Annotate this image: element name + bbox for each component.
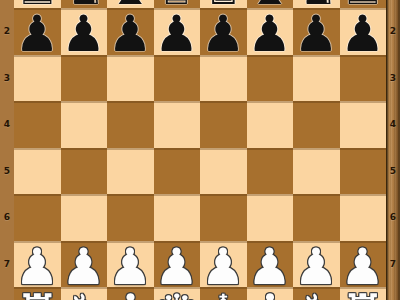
white-bishop[interactable]: ♝ — [247, 290, 292, 300]
square-f2[interactable]: ♟ — [247, 8, 294, 55]
square-b8[interactable]: ♞ — [61, 287, 108, 300]
white-rook[interactable]: ♜ — [15, 290, 60, 300]
square-f4[interactable] — [247, 101, 294, 148]
square-b5[interactable] — [61, 148, 108, 195]
white-rook[interactable]: ♜ — [340, 290, 385, 300]
square-d6[interactable] — [154, 194, 201, 241]
square-d8[interactable]: ♛ — [154, 287, 201, 300]
square-d5[interactable] — [154, 148, 201, 195]
square-a6[interactable] — [14, 194, 61, 241]
rank-label-right-5: 5 — [386, 166, 400, 175]
square-g5[interactable] — [293, 148, 340, 195]
square-f7[interactable]: ♟ — [247, 241, 294, 288]
square-c6[interactable] — [107, 194, 154, 241]
board-right-rail: 234567 — [386, 0, 400, 300]
square-c8[interactable]: ♝ — [107, 287, 154, 300]
black-pawn[interactable]: ♟ — [201, 11, 246, 58]
square-g2[interactable]: ♟ — [293, 8, 340, 55]
square-b6[interactable] — [61, 194, 108, 241]
white-knight[interactable]: ♞ — [61, 290, 106, 300]
square-a2[interactable]: ♟ — [14, 8, 61, 55]
square-f6[interactable] — [247, 194, 294, 241]
square-f8[interactable]: ♝ — [247, 287, 294, 300]
square-c7[interactable]: ♟ — [107, 241, 154, 288]
rank-label-left-5: 5 — [0, 166, 14, 175]
rank-label-right-7: 7 — [386, 259, 400, 268]
square-b2[interactable]: ♟ — [61, 8, 108, 55]
square-h7[interactable]: ♟ — [340, 241, 387, 288]
black-pawn[interactable]: ♟ — [108, 11, 153, 58]
black-pawn[interactable]: ♟ — [247, 11, 292, 58]
square-h8[interactable]: ♜ — [340, 287, 387, 300]
square-e8[interactable]: ♚ — [200, 287, 247, 300]
square-b4[interactable] — [61, 101, 108, 148]
chess-board: ♜♞♝♛♚♝♞♜♟♟♟♟♟♟♟♟♟♟♟♟♟♟♟♟♜♞♝♛♚♝♞♜ — [14, 0, 386, 300]
square-c4[interactable] — [107, 101, 154, 148]
white-queen[interactable]: ♛ — [154, 290, 199, 300]
rank-label-right-3: 3 — [386, 73, 400, 82]
rank-label-left-4: 4 — [0, 120, 14, 129]
square-g8[interactable]: ♞ — [293, 287, 340, 300]
rank-label-left-7: 7 — [0, 259, 14, 268]
square-e6[interactable] — [200, 194, 247, 241]
square-g7[interactable]: ♟ — [293, 241, 340, 288]
black-pawn[interactable]: ♟ — [15, 11, 60, 58]
square-h2[interactable]: ♟ — [340, 8, 387, 55]
square-d4[interactable] — [154, 101, 201, 148]
white-bishop[interactable]: ♝ — [108, 290, 153, 300]
black-pawn[interactable]: ♟ — [340, 11, 385, 58]
square-e4[interactable] — [200, 101, 247, 148]
rank-label-right-2: 2 — [386, 27, 400, 36]
square-g6[interactable] — [293, 194, 340, 241]
rank-label-right-6: 6 — [386, 213, 400, 222]
black-pawn[interactable]: ♟ — [61, 11, 106, 58]
square-c5[interactable] — [107, 148, 154, 195]
square-c2[interactable]: ♟ — [107, 8, 154, 55]
square-e2[interactable]: ♟ — [200, 8, 247, 55]
board-left-rail: 234567 — [0, 0, 14, 300]
black-pawn[interactable]: ♟ — [154, 11, 199, 58]
square-e5[interactable] — [200, 148, 247, 195]
square-g4[interactable] — [293, 101, 340, 148]
square-b7[interactable]: ♟ — [61, 241, 108, 288]
square-f5[interactable] — [247, 148, 294, 195]
rank-label-left-2: 2 — [0, 27, 14, 36]
square-a7[interactable]: ♟ — [14, 241, 61, 288]
square-e7[interactable]: ♟ — [200, 241, 247, 288]
square-h4[interactable] — [340, 101, 387, 148]
square-a5[interactable] — [14, 148, 61, 195]
chess-board-screenshot: ♜♞♝♛♚♝♞♜♟♟♟♟♟♟♟♟♟♟♟♟♟♟♟♟♜♞♝♛♚♝♞♜ 234567 … — [0, 0, 400, 300]
rank-label-left-6: 6 — [0, 213, 14, 222]
square-h6[interactable] — [340, 194, 387, 241]
square-a8[interactable]: ♜ — [14, 287, 61, 300]
black-pawn[interactable]: ♟ — [294, 11, 339, 58]
square-a4[interactable] — [14, 101, 61, 148]
rank-label-left-3: 3 — [0, 73, 14, 82]
white-king[interactable]: ♚ — [201, 290, 246, 300]
rank-label-right-4: 4 — [386, 120, 400, 129]
white-knight[interactable]: ♞ — [294, 290, 339, 300]
square-d2[interactable]: ♟ — [154, 8, 201, 55]
square-d7[interactable]: ♟ — [154, 241, 201, 288]
square-h5[interactable] — [340, 148, 387, 195]
